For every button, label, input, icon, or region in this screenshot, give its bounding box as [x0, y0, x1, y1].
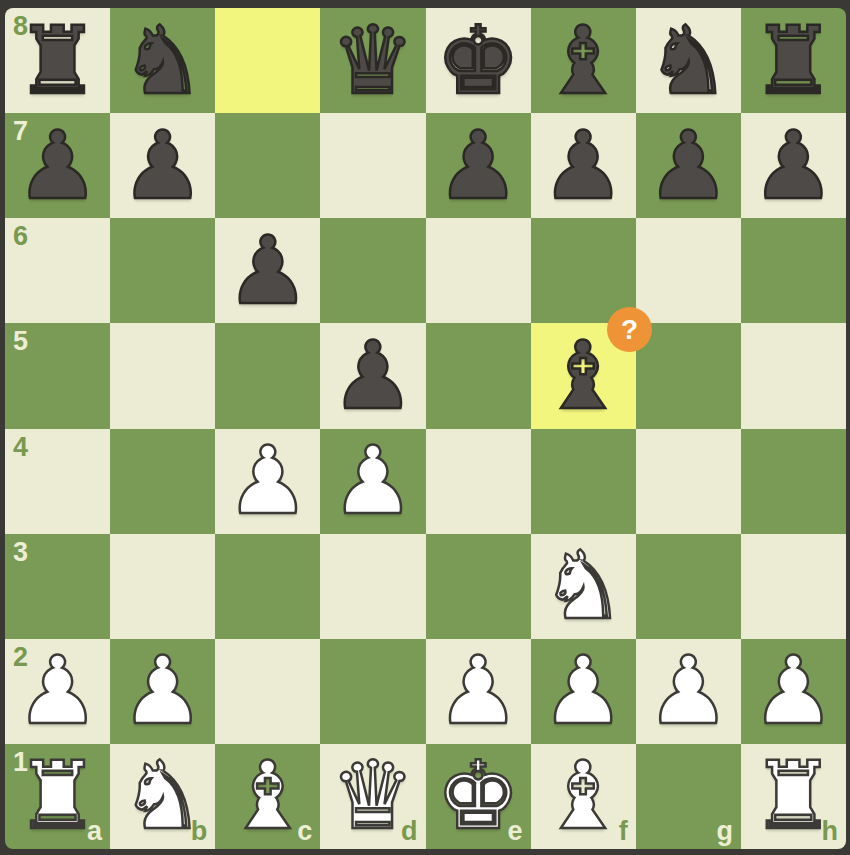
black-pawn-f7[interactable]: ♟ [531, 113, 636, 218]
black-rook-h8[interactable]: ♜ [741, 8, 846, 113]
white-pawn-f2[interactable]: ♟ [531, 639, 636, 744]
square-e5[interactable] [426, 323, 531, 428]
white-pawn-b2[interactable]: ♟ [110, 639, 215, 744]
black-pawn-h7[interactable]: ♟ [741, 113, 846, 218]
white-pawn-a2[interactable]: ♟ [5, 639, 110, 744]
square-d6[interactable] [320, 218, 425, 323]
black-bishop-f8[interactable]: ♝ [531, 8, 636, 113]
square-g3[interactable] [636, 534, 741, 639]
square-g5[interactable] [636, 323, 741, 428]
square-h6[interactable] [741, 218, 846, 323]
square-c4[interactable]: ♟ [215, 429, 320, 534]
black-king-e8[interactable]: ♚ [426, 8, 531, 113]
white-pawn-g2[interactable]: ♟ [636, 639, 741, 744]
white-pawn-c4[interactable]: ♟ [215, 429, 320, 534]
square-e7[interactable]: ♟ [426, 113, 531, 218]
square-e1[interactable]: e♚ [426, 744, 531, 849]
white-pawn-d4[interactable]: ♟ [320, 429, 425, 534]
black-pawn-b7[interactable]: ♟ [110, 113, 215, 218]
square-d4[interactable]: ♟ [320, 429, 425, 534]
square-d3[interactable] [320, 534, 425, 639]
square-h5[interactable] [741, 323, 846, 428]
white-rook-a1[interactable]: ♜ [5, 744, 110, 849]
rank-label-6: 6 [13, 223, 28, 250]
square-a1[interactable]: 1a♜ [5, 744, 110, 849]
square-g4[interactable] [636, 429, 741, 534]
square-b8[interactable]: ♞ [110, 8, 215, 113]
square-d5[interactable]: ♟ [320, 323, 425, 428]
black-queen-d8[interactable]: ♛ [320, 8, 425, 113]
chess-board: ? 8♜♞♛♚♝♞♜7♟♟♟♟♟♟6♟5♟♝4♟♟3♞2♟♟♟♟♟♟1a♜b♞c… [5, 8, 846, 849]
square-f3[interactable]: ♞ [531, 534, 636, 639]
square-c2[interactable] [215, 639, 320, 744]
file-label-g: g [716, 818, 733, 845]
rank-label-3: 3 [13, 539, 28, 566]
square-h1[interactable]: h♜ [741, 744, 846, 849]
square-e2[interactable]: ♟ [426, 639, 531, 744]
square-c6[interactable]: ♟ [215, 218, 320, 323]
white-knight-f3[interactable]: ♞ [531, 534, 636, 639]
square-b7[interactable]: ♟ [110, 113, 215, 218]
square-a3[interactable]: 3 [5, 534, 110, 639]
square-e4[interactable] [426, 429, 531, 534]
square-a2[interactable]: 2♟ [5, 639, 110, 744]
square-c8[interactable] [215, 8, 320, 113]
square-g6[interactable] [636, 218, 741, 323]
rank-label-4: 4 [13, 434, 28, 461]
square-f8[interactable]: ♝ [531, 8, 636, 113]
square-c3[interactable] [215, 534, 320, 639]
square-d2[interactable] [320, 639, 425, 744]
square-b4[interactable] [110, 429, 215, 534]
white-rook-h1[interactable]: ♜ [741, 744, 846, 849]
square-e8[interactable]: ♚ [426, 8, 531, 113]
square-e6[interactable] [426, 218, 531, 323]
square-h3[interactable] [741, 534, 846, 639]
white-pawn-e2[interactable]: ♟ [426, 639, 531, 744]
square-e3[interactable] [426, 534, 531, 639]
white-king-e1[interactable]: ♚ [426, 744, 531, 849]
black-pawn-c6[interactable]: ♟ [215, 218, 320, 323]
white-bishop-f1[interactable]: ♝ [531, 744, 636, 849]
black-pawn-d5[interactable]: ♟ [320, 323, 425, 428]
black-pawn-e7[interactable]: ♟ [426, 113, 531, 218]
square-d1[interactable]: d♛ [320, 744, 425, 849]
white-pawn-h2[interactable]: ♟ [741, 639, 846, 744]
square-g8[interactable]: ♞ [636, 8, 741, 113]
square-f7[interactable]: ♟ [531, 113, 636, 218]
square-a8[interactable]: 8♜ [5, 8, 110, 113]
white-queen-d1[interactable]: ♛ [320, 744, 425, 849]
square-b2[interactable]: ♟ [110, 639, 215, 744]
square-a6[interactable]: 6 [5, 218, 110, 323]
square-f4[interactable] [531, 429, 636, 534]
black-knight-b8[interactable]: ♞ [110, 8, 215, 113]
square-c1[interactable]: c♝ [215, 744, 320, 849]
black-pawn-a7[interactable]: ♟ [5, 113, 110, 218]
square-h2[interactable]: ♟ [741, 639, 846, 744]
square-h4[interactable] [741, 429, 846, 534]
square-f1[interactable]: f♝ [531, 744, 636, 849]
square-a4[interactable]: 4 [5, 429, 110, 534]
white-bishop-c1[interactable]: ♝ [215, 744, 320, 849]
square-c7[interactable] [215, 113, 320, 218]
square-b1[interactable]: b♞ [110, 744, 215, 849]
rank-label-5: 5 [13, 328, 28, 355]
black-rook-a8[interactable]: ♜ [5, 8, 110, 113]
square-b6[interactable] [110, 218, 215, 323]
white-knight-b1[interactable]: ♞ [110, 744, 215, 849]
square-a5[interactable]: 5 [5, 323, 110, 428]
square-d8[interactable]: ♛ [320, 8, 425, 113]
square-c5[interactable] [215, 323, 320, 428]
square-d7[interactable] [320, 113, 425, 218]
square-g7[interactable]: ♟ [636, 113, 741, 218]
square-g1[interactable]: g [636, 744, 741, 849]
square-b3[interactable] [110, 534, 215, 639]
square-h7[interactable]: ♟ [741, 113, 846, 218]
square-a7[interactable]: 7♟ [5, 113, 110, 218]
black-pawn-g7[interactable]: ♟ [636, 113, 741, 218]
square-f2[interactable]: ♟ [531, 639, 636, 744]
square-f6[interactable] [531, 218, 636, 323]
black-knight-g8[interactable]: ♞ [636, 8, 741, 113]
mistake-annotation-badge: ? [607, 307, 652, 352]
square-g2[interactable]: ♟ [636, 639, 741, 744]
square-h8[interactable]: ♜ [741, 8, 846, 113]
square-b5[interactable] [110, 323, 215, 428]
